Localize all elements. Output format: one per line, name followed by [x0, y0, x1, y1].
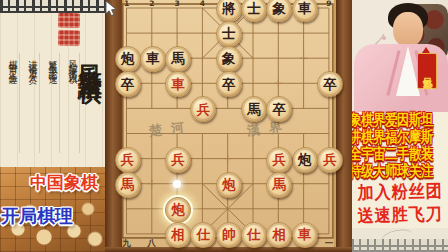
sketch-area	[352, 228, 448, 252]
lattice-border-bottom	[352, 239, 448, 252]
promo-line: 加入粉丝团	[352, 179, 441, 205]
piece-black-f9r4[interactable]: 卒	[317, 71, 343, 97]
caption-line: 讲棋界福尔摩斯	[352, 128, 448, 145]
video-thumbnail: 風繁講棋 风起萍末情入棋繁星似子弈中速讲评论道万人赏棋中日月人生趣 中国象棋 开…	[0, 0, 448, 252]
piece-red-f5r10[interactable]: 帥	[216, 222, 242, 248]
red-seal-stamp	[58, 13, 80, 29]
poem-column: 风起萍末情入棋	[63, 53, 80, 153]
caption-line: 全宇宙二手散装	[352, 145, 448, 162]
piece-red-f7r8[interactable]: 馬	[266, 172, 292, 198]
caption-china-chess: 中国象棋	[30, 171, 98, 194]
poem-column: 繁星似子弈中速	[43, 53, 60, 153]
piece-black-f1r4[interactable]: 卒	[115, 71, 141, 97]
red-seal-stamp	[58, 30, 80, 47]
left-calligraphy-panel: 風繁講棋 风起萍末情入棋繁星似子弈中速讲评论道万人赏棋中日月人生趣 中国象棋 开…	[0, 0, 105, 252]
file-label-top: 4	[197, 0, 207, 8]
piece-black-f2r3[interactable]: 車	[140, 46, 166, 72]
promo-line: 送速胜飞刀	[352, 202, 441, 228]
piece-black-f5r2[interactable]: 士	[216, 21, 242, 47]
piece-red-f3r7[interactable]: 兵	[165, 147, 191, 173]
caption-line: 特级大师球关注	[352, 162, 448, 179]
host-name-seal: 凤繁	[417, 53, 437, 89]
file-label-top: 2	[147, 0, 157, 8]
poem-columns: 风起萍末情入棋繁星似子弈中速讲评论道万人赏棋中日月人生趣	[3, 53, 80, 153]
piece-red-f6r10[interactable]: 仕	[241, 222, 267, 248]
piece-red-f7r10[interactable]: 相	[266, 222, 292, 248]
caption-lines: 象棋界爱因斯坦讲棋界福尔摩斯全宇宙二手散装特级大师球关注	[352, 111, 448, 179]
piece-red-f3r10[interactable]: 相	[165, 222, 191, 248]
promo-lines: 加入粉丝团送速胜飞刀	[352, 182, 448, 228]
host-photo: 凤繁	[352, 0, 448, 112]
right-promo-panel: 凤繁 象棋界爱因斯坦讲棋界福尔摩斯全宇宙二手散装特级大师球关注 加入粉丝团送速胜…	[352, 0, 448, 252]
file-label-top: 1	[122, 0, 132, 8]
file-label-bottom: 九	[121, 238, 133, 250]
poem-column: 讲评论道万人赏	[23, 53, 40, 153]
file-label-bottom: 一	[323, 238, 335, 250]
piece-red-f3r9[interactable]: 炮	[165, 197, 191, 223]
file-label-top: 3	[172, 0, 182, 8]
xiangqi-board[interactable]: 楚河 漢界 123456789九八七六五四三二一 將士象車士炮車馬象卒卒卒馬卒炮…	[105, 0, 352, 252]
file-label-bottom: 八	[146, 238, 158, 250]
caption-opening-theory: 开局棋理	[1, 204, 73, 228]
host-face	[393, 12, 423, 47]
piece-red-f9r7[interactable]: 兵	[317, 147, 343, 173]
piece-red-f7r7[interactable]: 兵	[266, 147, 292, 173]
poem-column: 棋中日月人生趣	[3, 53, 20, 153]
piece-red-f5r8[interactable]: 炮	[216, 172, 242, 198]
channel-title-calligraphy: 風繁講棋	[78, 45, 102, 175]
lattice-border-top	[0, 0, 105, 13]
piece-black-f5r3[interactable]: 象	[216, 46, 242, 72]
piece-black-f8r7[interactable]: 炮	[292, 147, 318, 173]
piece-black-f1r3[interactable]: 炮	[115, 46, 141, 72]
move-indicator-dot	[173, 180, 181, 188]
piece-red-f8r10[interactable]: 車	[292, 222, 318, 248]
piece-red-f1r7[interactable]: 兵	[115, 147, 141, 173]
caption-line: 象棋界爱因斯坦	[352, 111, 448, 128]
piece-red-f1r8[interactable]: 馬	[115, 172, 141, 198]
mouse-cursor	[105, 0, 117, 17]
piece-black-f5r4[interactable]: 卒	[216, 71, 242, 97]
file-label-top: 9	[324, 0, 334, 8]
